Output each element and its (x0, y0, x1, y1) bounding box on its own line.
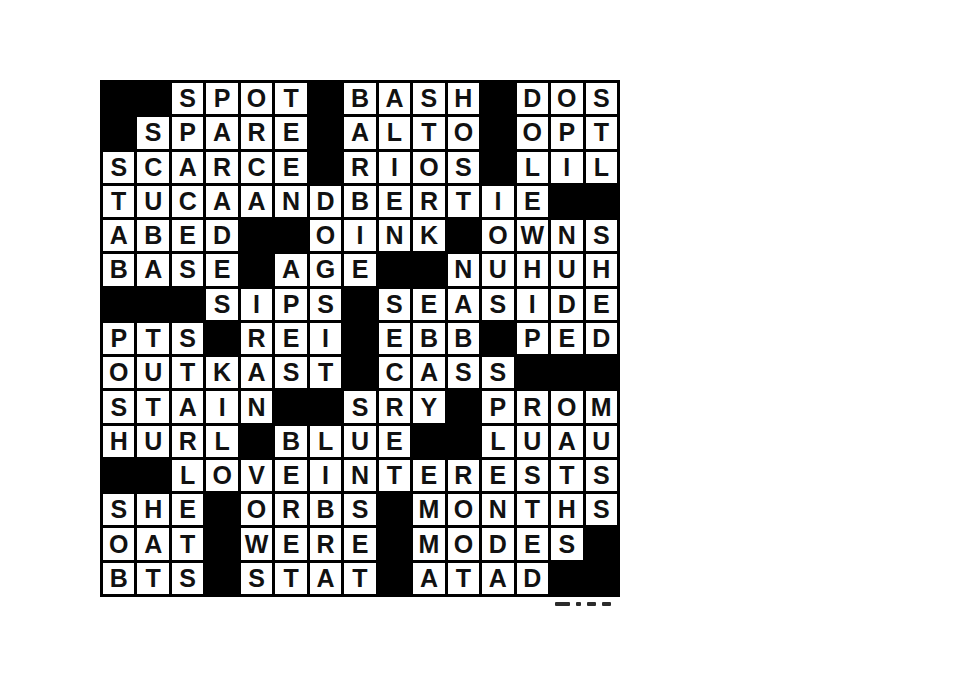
letter-cell[interactable]: S (413, 83, 444, 114)
letter-cell[interactable]: S (241, 563, 272, 594)
letter-cell[interactable]: I (310, 323, 341, 354)
letter-cell[interactable]: D (517, 563, 548, 594)
letter-cell[interactable]: O (517, 117, 548, 148)
letter-cell[interactable]: B (310, 494, 341, 525)
letter-cell[interactable]: R (206, 152, 237, 183)
letter-cell[interactable]: N (448, 254, 479, 285)
letter-cell[interactable]: N (482, 494, 513, 525)
letter-cell[interactable]: S (103, 391, 134, 422)
letter-cell[interactable]: N (241, 391, 272, 422)
letter-cell[interactable]: M (413, 528, 444, 559)
letter-cell[interactable]: B (103, 563, 134, 594)
letter-cell[interactable]: S (586, 83, 617, 114)
black-square (103, 289, 134, 320)
cropped-glyph-top (602, 602, 611, 606)
letter-cell[interactable]: E (172, 220, 203, 251)
black-square (344, 289, 375, 320)
letter-cell[interactable]: H (517, 254, 548, 285)
cropped-glyph-top (587, 602, 596, 606)
letter-cell[interactable]: T (103, 186, 134, 217)
letter-cell[interactable]: O (241, 83, 272, 114)
letter-cell[interactable]: S (517, 460, 548, 491)
letter-cell[interactable]: H (137, 494, 168, 525)
black-square (310, 152, 341, 183)
letter-cell[interactable]: R (379, 391, 410, 422)
black-square (482, 117, 513, 148)
letter-cell[interactable]: E (517, 186, 548, 217)
black-square (379, 528, 410, 559)
letter-cell[interactable]: K (413, 220, 444, 251)
letter-cell[interactable]: T (586, 117, 617, 148)
letter-cell[interactable]: M (586, 391, 617, 422)
letter-cell[interactable]: B (275, 426, 306, 457)
letter-cell[interactable]: O (482, 220, 513, 251)
letter-cell[interactable]: L (206, 426, 237, 457)
black-square (413, 254, 444, 285)
letter-cell[interactable]: A (344, 117, 375, 148)
letter-cell[interactable]: R (448, 460, 479, 491)
letter-cell[interactable]: E (586, 289, 617, 320)
black-square (379, 494, 410, 525)
letter-cell[interactable]: B (413, 323, 444, 354)
letter-cell[interactable]: S (379, 289, 410, 320)
letter-cell[interactable]: B (448, 323, 479, 354)
letter-cell[interactable]: R (517, 391, 548, 422)
letter-cell[interactable]: K (206, 357, 237, 388)
black-square (103, 83, 134, 114)
black-square (310, 391, 341, 422)
letter-cell[interactable]: T (413, 117, 444, 148)
letter-cell[interactable]: S (448, 152, 479, 183)
black-square (137, 460, 168, 491)
black-square (448, 426, 479, 457)
letter-cell[interactable]: E (551, 323, 582, 354)
letter-cell[interactable]: C (137, 152, 168, 183)
black-square (551, 357, 582, 388)
cropped-glyph-top (576, 602, 581, 606)
letter-cell[interactable]: S (172, 254, 203, 285)
letter-cell[interactable]: A (206, 186, 237, 217)
letter-cell[interactable]: S (586, 220, 617, 251)
letter-cell[interactable]: O (103, 357, 134, 388)
letter-cell[interactable]: E (379, 426, 410, 457)
letter-cell[interactable]: P (172, 117, 203, 148)
letter-cell[interactable]: P (517, 323, 548, 354)
letter-cell[interactable]: G (310, 254, 341, 285)
black-square (379, 563, 410, 594)
letter-cell[interactable]: B (103, 254, 134, 285)
letter-cell[interactable]: S (344, 494, 375, 525)
letter-cell[interactable]: E (275, 460, 306, 491)
black-square (206, 563, 237, 594)
black-square (275, 391, 306, 422)
black-square (413, 426, 444, 457)
black-square (103, 117, 134, 148)
black-square (482, 152, 513, 183)
black-square (241, 426, 272, 457)
letter-cell[interactable]: A (137, 254, 168, 285)
letter-cell[interactable]: A (103, 220, 134, 251)
letter-cell[interactable]: E (517, 528, 548, 559)
letter-cell[interactable]: N (344, 460, 375, 491)
letter-cell[interactable]: I (344, 220, 375, 251)
black-square (206, 528, 237, 559)
black-square (379, 254, 410, 285)
letter-cell[interactable]: L (310, 426, 341, 457)
letter-cell[interactable]: P (103, 323, 134, 354)
letter-cell[interactable]: H (586, 254, 617, 285)
letter-cell[interactable]: A (137, 528, 168, 559)
black-square (310, 83, 341, 114)
letter-cell[interactable]: U (517, 426, 548, 457)
letter-cell[interactable]: S (310, 289, 341, 320)
letter-cell[interactable]: U (137, 426, 168, 457)
letter-cell[interactable]: A (172, 152, 203, 183)
letter-cell[interactable]: S (103, 152, 134, 183)
letter-cell[interactable]: L (482, 426, 513, 457)
letter-cell[interactable]: O (448, 528, 479, 559)
letter-cell[interactable]: T (275, 563, 306, 594)
letter-cell[interactable]: S (172, 323, 203, 354)
letter-cell[interactable]: D (206, 220, 237, 251)
letter-cell[interactable]: T (137, 391, 168, 422)
cropped-glyph-top (555, 602, 570, 606)
letter-cell[interactable]: B (137, 220, 168, 251)
letter-cell[interactable]: O (413, 152, 444, 183)
letter-cell[interactable]: E (379, 186, 410, 217)
letter-cell[interactable]: T (551, 460, 582, 491)
letter-cell[interactable]: R (241, 323, 272, 354)
letter-cell[interactable]: P (275, 289, 306, 320)
letter-cell[interactable]: A (241, 357, 272, 388)
letter-cell[interactable]: R (344, 152, 375, 183)
black-square (137, 289, 168, 320)
letter-cell[interactable]: H (103, 426, 134, 457)
letter-cell[interactable]: N (379, 220, 410, 251)
letter-cell[interactable]: P (551, 117, 582, 148)
letter-cell[interactable]: S (172, 83, 203, 114)
letter-cell[interactable]: T (172, 357, 203, 388)
letter-cell[interactable]: R (172, 426, 203, 457)
letter-cell[interactable]: T (448, 563, 479, 594)
black-square (172, 289, 203, 320)
letter-cell[interactable]: O (551, 391, 582, 422)
letter-cell[interactable]: R (310, 528, 341, 559)
black-square (586, 528, 617, 559)
letter-cell[interactable]: D (517, 83, 548, 114)
letter-cell[interactable]: A (172, 391, 203, 422)
letter-cell[interactable]: I (206, 391, 237, 422)
letter-cell[interactable]: S (103, 494, 134, 525)
letter-cell[interactable]: A (241, 186, 272, 217)
letter-cell[interactable]: S (551, 528, 582, 559)
letter-cell[interactable]: U (344, 426, 375, 457)
letter-cell[interactable]: I (482, 186, 513, 217)
letter-cell[interactable]: A (482, 563, 513, 594)
letter-cell[interactable]: S (344, 391, 375, 422)
letter-cell[interactable]: E (275, 528, 306, 559)
letter-cell[interactable]: L (586, 152, 617, 183)
letter-cell[interactable]: S (137, 117, 168, 148)
letter-cell[interactable]: S (206, 289, 237, 320)
letter-cell[interactable]: O (241, 494, 272, 525)
letter-cell[interactable]: T (344, 563, 375, 594)
letter-cell[interactable]: T (137, 563, 168, 594)
letter-cell[interactable]: T (448, 186, 479, 217)
letter-cell[interactable]: I (551, 152, 582, 183)
letter-cell[interactable]: I (517, 289, 548, 320)
black-square (137, 83, 168, 114)
letter-cell[interactable]: B (344, 186, 375, 217)
letter-cell[interactable]: W (517, 220, 548, 251)
black-square (344, 357, 375, 388)
letter-cell[interactable]: E (344, 528, 375, 559)
letter-cell[interactable]: Y (413, 391, 444, 422)
black-square (241, 220, 272, 251)
black-square (586, 357, 617, 388)
letter-cell[interactable]: O (448, 117, 479, 148)
letter-cell[interactable]: S (586, 460, 617, 491)
letter-cell[interactable]: O (310, 220, 341, 251)
letter-cell[interactable]: U (482, 254, 513, 285)
letter-cell[interactable]: N (551, 220, 582, 251)
letter-cell[interactable]: R (241, 117, 272, 148)
letter-cell[interactable]: O (103, 528, 134, 559)
letter-cell[interactable]: A (206, 117, 237, 148)
letter-cell[interactable]: S (482, 357, 513, 388)
letter-cell[interactable]: T (172, 528, 203, 559)
letter-cell[interactable]: E (275, 152, 306, 183)
letter-cell[interactable]: O (448, 494, 479, 525)
letter-cell[interactable]: O (206, 460, 237, 491)
black-square (344, 323, 375, 354)
black-square (482, 83, 513, 114)
letter-cell[interactable]: T (310, 357, 341, 388)
letter-cell[interactable]: E (413, 460, 444, 491)
letter-cell[interactable]: E (413, 289, 444, 320)
black-square (206, 494, 237, 525)
letter-cell[interactable]: U (551, 254, 582, 285)
letter-cell[interactable]: S (172, 563, 203, 594)
letter-cell[interactable]: V (241, 460, 272, 491)
letter-cell[interactable]: L (517, 152, 548, 183)
letter-cell[interactable]: A (413, 563, 444, 594)
cropped-text-fragment (555, 602, 617, 607)
letter-cell[interactable]: T (275, 83, 306, 114)
letter-cell[interactable]: L (379, 117, 410, 148)
letter-cell[interactable]: C (379, 357, 410, 388)
letter-cell[interactable]: A (551, 426, 582, 457)
letter-cell[interactable]: D (551, 289, 582, 320)
letter-cell[interactable]: E (482, 460, 513, 491)
letter-cell[interactable]: A (413, 357, 444, 388)
letter-cell[interactable]: S (448, 357, 479, 388)
black-square (551, 186, 582, 217)
page: SPOTBASHDOSSPAREALTOOPTSCARCERIOSLILTUCA… (0, 0, 960, 686)
letter-cell[interactable]: D (310, 186, 341, 217)
letter-cell[interactable]: T (137, 323, 168, 354)
letter-cell[interactable]: T (517, 494, 548, 525)
black-square (310, 117, 341, 148)
black-square (517, 357, 548, 388)
letter-cell[interactable]: C (241, 152, 272, 183)
black-square (448, 391, 479, 422)
letter-cell[interactable]: E (344, 254, 375, 285)
letter-cell[interactable]: M (413, 494, 444, 525)
letter-cell[interactable]: E (172, 494, 203, 525)
letter-cell[interactable]: O (551, 83, 582, 114)
letter-cell[interactable]: L (172, 460, 203, 491)
black-square (206, 323, 237, 354)
black-square (551, 563, 582, 594)
letter-cell[interactable]: U (137, 357, 168, 388)
letter-cell[interactable]: A (448, 289, 479, 320)
letter-cell[interactable]: R (275, 494, 306, 525)
letter-cell[interactable]: R (413, 186, 444, 217)
black-square (103, 460, 134, 491)
letter-cell[interactable]: E (275, 117, 306, 148)
letter-cell[interactable]: T (379, 460, 410, 491)
black-square (482, 323, 513, 354)
letter-cell[interactable]: E (379, 323, 410, 354)
crossword-grid: SPOTBASHDOSSPAREALTOOPTSCARCERIOSLILTUCA… (100, 80, 620, 597)
letter-cell[interactable]: S (275, 357, 306, 388)
black-square (275, 220, 306, 251)
letter-cell[interactable]: I (310, 460, 341, 491)
letter-cell[interactable]: H (448, 83, 479, 114)
black-square (241, 254, 272, 285)
letter-cell[interactable]: D (482, 528, 513, 559)
black-square (586, 563, 617, 594)
letter-cell[interactable]: P (206, 83, 237, 114)
letter-cell[interactable]: P (482, 391, 513, 422)
letter-cell[interactable]: E (206, 254, 237, 285)
black-square (586, 186, 617, 217)
black-square (448, 220, 479, 251)
letter-cell[interactable]: A (275, 254, 306, 285)
letter-cell[interactable]: A (310, 563, 341, 594)
letter-cell[interactable]: N (275, 186, 306, 217)
letter-cell[interactable]: A (379, 83, 410, 114)
letter-cell[interactable]: B (344, 83, 375, 114)
letter-cell[interactable]: W (241, 528, 272, 559)
letter-cell[interactable]: D (586, 323, 617, 354)
letter-cell[interactable]: C (172, 186, 203, 217)
letter-cell[interactable]: U (586, 426, 617, 457)
letter-cell[interactable]: U (137, 186, 168, 217)
letter-cell[interactable]: S (482, 289, 513, 320)
letter-cell[interactable]: S (586, 494, 617, 525)
letter-cell[interactable]: E (275, 323, 306, 354)
letter-cell[interactable]: I (241, 289, 272, 320)
letter-cell[interactable]: H (551, 494, 582, 525)
letter-cell[interactable]: I (379, 152, 410, 183)
